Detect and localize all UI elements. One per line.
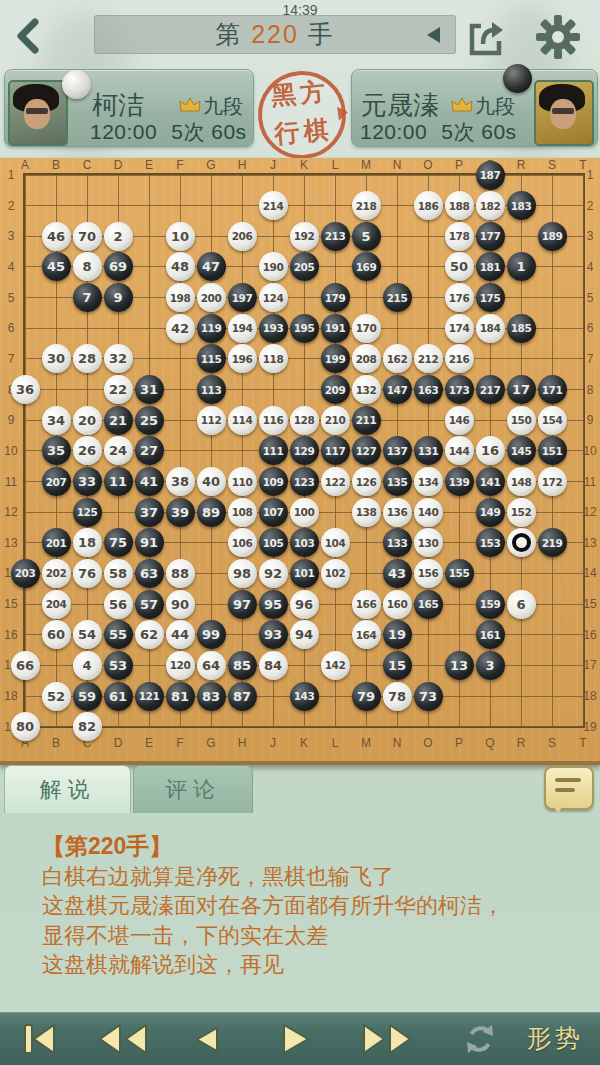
go-stone-black-123: 123 xyxy=(290,467,319,496)
go-stone-black-27: 27 xyxy=(135,436,164,465)
go-stone-white-218: 218 xyxy=(352,191,381,220)
coord-label-column: G xyxy=(206,158,215,172)
go-stone-white-186: 186 xyxy=(414,191,443,220)
stone-move-number: 199 xyxy=(325,353,345,365)
stone-move-number: 115 xyxy=(201,353,221,365)
stone-move-number: 109 xyxy=(263,476,283,488)
commentary-line: 这盘棋元晟溱面对在各方面都有所升华的柯洁， xyxy=(42,891,587,921)
stone-move-number: 128 xyxy=(294,414,314,426)
move-number: 220 xyxy=(251,20,299,48)
seal-text-bottom: 行棋 xyxy=(262,110,345,155)
go-stone-white-22: 22 xyxy=(104,375,133,404)
go-stone-black-95: 95 xyxy=(259,590,288,619)
go-stone-white-188: 188 xyxy=(445,191,474,220)
stone-move-number: 43 xyxy=(388,566,406,581)
go-stone-white-152: 152 xyxy=(507,498,536,527)
stone-move-number: 116 xyxy=(263,414,283,426)
situation-analysis-button[interactable]: 形势 xyxy=(527,1022,583,1055)
go-stone-white-2: 2 xyxy=(104,222,133,251)
go-stone-white-80: 80 xyxy=(11,712,40,741)
stone-move-number: 88 xyxy=(171,566,189,581)
crown-icon xyxy=(179,97,201,113)
stone-move-number: 174 xyxy=(449,322,469,334)
go-stone-white-214: 214 xyxy=(259,191,288,220)
move-title: 第 220 手 xyxy=(94,15,456,54)
go-stone-black-99: 99 xyxy=(197,620,226,649)
stone-move-number: 151 xyxy=(542,445,562,457)
coord-label-row: 15 xyxy=(583,597,596,611)
go-stone-black-43: 43 xyxy=(383,559,412,588)
stone-move-number: 4 xyxy=(82,658,91,673)
tab-comments[interactable]: 评论 xyxy=(133,765,253,813)
go-stone-black-185: 185 xyxy=(507,314,536,343)
coord-label-row: 8 xyxy=(587,383,594,397)
stone-move-number: 159 xyxy=(480,598,500,610)
previous-move-button[interactable] xyxy=(193,1026,221,1053)
stone-move-number: 79 xyxy=(357,689,375,704)
go-stone-black-195: 195 xyxy=(290,314,319,343)
go-stone-white-178: 178 xyxy=(445,222,474,251)
stone-move-number: 201 xyxy=(46,537,66,549)
stone-move-number: 161 xyxy=(480,629,500,641)
stone-move-number: 177 xyxy=(480,230,500,242)
go-stone-white-216: 216 xyxy=(445,344,474,373)
go-stone-white-202: 202 xyxy=(42,559,71,588)
stone-move-number: 165 xyxy=(418,598,438,610)
white-player-avatar xyxy=(8,80,68,146)
stone-move-number: 209 xyxy=(325,384,345,396)
stone-move-number: 27 xyxy=(140,443,158,458)
back-icon[interactable] xyxy=(14,17,40,55)
go-stone-white-144: 144 xyxy=(445,436,474,465)
go-stone-black-207: 207 xyxy=(42,467,71,496)
stone-move-number: 183 xyxy=(511,200,531,212)
go-stone-white-64: 64 xyxy=(197,651,226,680)
commentary-line: 这盘棋就解说到这，再见 xyxy=(42,950,587,980)
go-stone-black-89: 89 xyxy=(197,498,226,527)
stone-move-number: 80 xyxy=(16,719,34,734)
stone-move-number: 147 xyxy=(387,384,407,396)
go-stone-white-210: 210 xyxy=(321,406,350,435)
stone-move-number: 142 xyxy=(325,659,345,671)
stone-move-number: 215 xyxy=(387,292,407,304)
share-icon[interactable] xyxy=(466,17,508,59)
coord-label-row: 2 xyxy=(587,199,594,213)
go-stone-white-130: 130 xyxy=(414,528,443,557)
stone-move-number: 162 xyxy=(387,353,407,365)
coord-label-column: C xyxy=(83,158,92,172)
go-stone-black-151: 151 xyxy=(538,436,567,465)
go-stone-white-96: 96 xyxy=(290,590,319,619)
black-player-time: 120:005次 60s xyxy=(360,118,517,146)
stone-move-number: 36 xyxy=(16,382,34,397)
stone-move-number: 34 xyxy=(47,413,65,428)
last-move-marker xyxy=(512,533,531,552)
stone-move-number: 200 xyxy=(201,292,221,304)
stone-move-number: 156 xyxy=(418,567,438,579)
stone-move-number: 95 xyxy=(264,597,282,612)
stone-move-number: 148 xyxy=(511,476,531,488)
black-player-rank: 九段 xyxy=(475,93,515,120)
commentary-heading: 【第220手】 xyxy=(42,832,587,862)
go-stone-black-181: 181 xyxy=(476,252,505,281)
stone-move-number: 13 xyxy=(450,658,468,673)
seal-pointer xyxy=(337,105,349,120)
stone-move-number: 181 xyxy=(480,261,500,273)
stone-move-number: 164 xyxy=(356,629,376,641)
stone-move-number: 212 xyxy=(418,353,438,365)
stone-move-number: 3 xyxy=(485,658,494,673)
stone-move-number: 81 xyxy=(171,689,189,704)
go-stone-black-169: 169 xyxy=(352,252,381,281)
stone-move-number: 21 xyxy=(109,413,127,428)
coord-label-row: 7 xyxy=(587,352,594,366)
stone-move-number: 193 xyxy=(263,322,283,334)
stone-move-number: 134 xyxy=(418,476,438,488)
stone-move-number: 206 xyxy=(232,230,252,242)
settings-gear-icon[interactable] xyxy=(534,13,582,61)
go-board[interactable]: AABBCCDDEEFFGGHHJJKKLLMMNNOOPPQQRRSSTT11… xyxy=(0,158,600,765)
go-stone-black-143: 143 xyxy=(290,682,319,711)
go-stone-black-85: 85 xyxy=(228,651,257,680)
go-stone-white-176: 176 xyxy=(445,283,474,312)
stone-move-number: 124 xyxy=(263,292,283,304)
coord-label-row: 1 xyxy=(587,168,594,182)
go-stone-white-150: 150 xyxy=(507,406,536,435)
stone-move-number: 26 xyxy=(78,443,96,458)
stone-move-number: 113 xyxy=(201,384,221,396)
go-stone-black-187: 187 xyxy=(476,161,505,190)
stone-move-number: 136 xyxy=(387,506,407,518)
stone-move-number: 78 xyxy=(388,689,406,704)
go-stone-black-209: 209 xyxy=(321,375,350,404)
stone-move-number: 144 xyxy=(449,445,469,457)
go-stone-black-79: 79 xyxy=(352,682,381,711)
go-stone-white-30: 30 xyxy=(42,344,71,373)
go-stone-white-100: 100 xyxy=(290,498,319,527)
stone-move-number: 42 xyxy=(171,321,189,336)
go-stone-black-73: 73 xyxy=(414,682,443,711)
coord-label-column: L xyxy=(332,736,339,750)
stone-move-number: 33 xyxy=(78,474,96,489)
go-stone-white-16: 16 xyxy=(476,436,505,465)
stone-move-number: 127 xyxy=(356,445,376,457)
go-stone-black-111: 111 xyxy=(259,436,288,465)
fast-rewind-button[interactable] xyxy=(96,1023,150,1055)
coord-label-column: N xyxy=(393,736,402,750)
stone-move-number: 171 xyxy=(542,384,562,396)
go-stone-white-198: 198 xyxy=(166,283,195,312)
coord-label-column: E xyxy=(145,736,153,750)
stone-move-number: 204 xyxy=(46,598,66,610)
go-to-start-button[interactable] xyxy=(22,1023,58,1055)
tab-commentary[interactable]: 解说 xyxy=(4,765,131,813)
coord-label-row: 1 xyxy=(8,168,15,182)
stone-move-number: 129 xyxy=(294,445,314,457)
go-stone-black-113: 113 xyxy=(197,375,226,404)
stone-move-number: 22 xyxy=(109,382,127,397)
refresh-icon[interactable] xyxy=(462,1021,498,1057)
stone-move-number: 60 xyxy=(47,627,65,642)
stone-move-number: 118 xyxy=(263,353,283,365)
go-stone-white-70: 70 xyxy=(73,222,102,251)
stone-move-number: 120 xyxy=(170,659,190,671)
fast-forward-button[interactable] xyxy=(360,1023,414,1055)
white-stone-indicator xyxy=(62,70,91,99)
coord-label-column: H xyxy=(238,736,247,750)
go-stone-black-103: 103 xyxy=(290,528,319,557)
go-stone-white-154: 154 xyxy=(538,406,567,435)
stone-move-number: 6 xyxy=(516,597,525,612)
stone-move-number: 211 xyxy=(356,414,376,426)
go-stone-black-53: 53 xyxy=(104,651,133,680)
go-stone-black-41: 41 xyxy=(135,467,164,496)
stone-move-number: 108 xyxy=(232,506,252,518)
go-stone-white-160: 160 xyxy=(383,590,412,619)
stone-move-number: 132 xyxy=(356,384,376,396)
stone-move-number: 40 xyxy=(202,474,220,489)
white-player-rank: 九段 xyxy=(203,93,243,120)
go-stone-white-212: 212 xyxy=(414,344,443,373)
stone-move-number: 97 xyxy=(233,597,251,612)
go-stone-black-39: 39 xyxy=(166,498,195,527)
go-stone-white-50: 50 xyxy=(445,252,474,281)
go-stone-black-153: 153 xyxy=(476,528,505,557)
stone-move-number: 31 xyxy=(140,382,158,397)
stone-move-number: 9 xyxy=(113,290,122,305)
go-stone-black-81: 81 xyxy=(166,682,195,711)
stone-move-number: 143 xyxy=(294,690,314,702)
go-stone-black-179: 179 xyxy=(321,283,350,312)
stone-move-number: 150 xyxy=(511,414,531,426)
stone-move-number: 98 xyxy=(233,566,251,581)
go-stone-white-156: 156 xyxy=(414,559,443,588)
go-stone-white-60: 60 xyxy=(42,620,71,649)
stone-move-number: 82 xyxy=(78,719,96,734)
stone-move-number: 122 xyxy=(325,476,345,488)
prev-move-triangle-icon[interactable] xyxy=(427,27,440,43)
go-stone-black-173: 173 xyxy=(445,375,474,404)
coord-label-column: M xyxy=(361,736,371,750)
stone-move-number: 155 xyxy=(449,567,469,579)
stone-move-number: 38 xyxy=(171,474,189,489)
go-stone-white-110: 110 xyxy=(228,467,257,496)
commentary-line: 白棋右边就算是净死，黑棋也输飞了 xyxy=(42,862,587,892)
coord-label-column: J xyxy=(270,158,276,172)
stone-move-number: 61 xyxy=(109,689,127,704)
stone-move-number: 203 xyxy=(15,567,35,579)
go-stone-black-145: 145 xyxy=(507,436,536,465)
stone-move-number: 117 xyxy=(325,445,345,457)
go-stone-black-175: 175 xyxy=(476,283,505,312)
coord-label-column: J xyxy=(270,736,276,750)
go-stone-black-199: 199 xyxy=(321,344,350,373)
stone-move-number: 173 xyxy=(449,384,469,396)
go-stone-black-191: 191 xyxy=(321,314,350,343)
go-stone-white-112: 112 xyxy=(197,406,226,435)
go-stone-black-155: 155 xyxy=(445,559,474,588)
go-stone-black-31: 31 xyxy=(135,375,164,404)
go-stone-white-84: 84 xyxy=(259,651,288,680)
stone-move-number: 192 xyxy=(294,230,314,242)
go-stone-black-25: 25 xyxy=(135,406,164,435)
go-stone-black-141: 141 xyxy=(476,467,505,496)
stone-move-number: 202 xyxy=(46,567,66,579)
go-stone-white-32: 32 xyxy=(104,344,133,373)
stone-move-number: 126 xyxy=(356,476,376,488)
go-stone-black-35: 35 xyxy=(42,436,71,465)
coord-label-column: K xyxy=(300,158,308,172)
stone-move-number: 41 xyxy=(140,474,158,489)
coord-label-row: 13 xyxy=(583,536,596,550)
stone-move-number: 85 xyxy=(233,658,251,673)
go-stone-black-97: 97 xyxy=(228,590,257,619)
go-stone-white-92: 92 xyxy=(259,559,288,588)
coord-label-column: P xyxy=(455,158,463,172)
go-stone-white-8: 8 xyxy=(73,252,102,281)
coord-label-row: 5 xyxy=(8,291,15,305)
stone-move-number: 75 xyxy=(109,535,127,550)
coord-label-row: 18 xyxy=(583,689,596,703)
coord-label-row: 13 xyxy=(4,536,17,550)
stone-move-number: 214 xyxy=(263,200,283,212)
coord-label-column: P xyxy=(455,736,463,750)
coord-label-column: L xyxy=(332,158,339,172)
stone-move-number: 114 xyxy=(232,414,252,426)
go-stone-black-9: 9 xyxy=(104,283,133,312)
go-stone-white-138: 138 xyxy=(352,498,381,527)
stone-move-number: 153 xyxy=(480,537,500,549)
go-stone-white-10: 10 xyxy=(166,222,195,251)
go-stone-black-215: 215 xyxy=(383,283,412,312)
go-stone-black-189: 189 xyxy=(538,222,567,251)
coord-label-row: 19 xyxy=(583,720,596,734)
stone-move-number: 219 xyxy=(542,537,562,549)
coord-label-column: M xyxy=(361,158,371,172)
go-stone-white-56: 56 xyxy=(104,590,133,619)
coord-label-column: F xyxy=(176,736,183,750)
stone-move-number: 210 xyxy=(325,414,345,426)
stone-move-number: 184 xyxy=(480,322,500,334)
coord-label-row: 12 xyxy=(583,505,596,519)
go-stone-white-120: 120 xyxy=(166,651,195,680)
go-stone-white-172: 172 xyxy=(538,467,567,496)
go-stone-white-142: 142 xyxy=(321,651,350,680)
stone-move-number: 160 xyxy=(387,598,407,610)
go-stone-black-69: 69 xyxy=(104,252,133,281)
go-stone-black-135: 135 xyxy=(383,467,412,496)
go-stone-white-62: 62 xyxy=(135,620,164,649)
go-stone-black-159: 159 xyxy=(476,590,505,619)
stone-move-number: 103 xyxy=(294,537,314,549)
coord-label-row: 16 xyxy=(583,628,596,642)
go-stone-white-6: 6 xyxy=(507,590,536,619)
stone-move-number: 186 xyxy=(418,200,438,212)
coord-label-column: H xyxy=(238,158,247,172)
go-stone-black-197: 197 xyxy=(228,283,257,312)
go-stone-black-183: 183 xyxy=(507,191,536,220)
go-stone-white-132: 132 xyxy=(352,375,381,404)
coord-label-row: 4 xyxy=(8,260,15,274)
stone-move-number: 107 xyxy=(263,506,283,518)
go-stone-white-182: 182 xyxy=(476,191,505,220)
go-stone-white-76: 76 xyxy=(73,559,102,588)
go-stone-white-38: 38 xyxy=(166,467,195,496)
stone-move-number: 25 xyxy=(140,413,158,428)
stone-move-number: 32 xyxy=(109,351,127,366)
stone-move-number: 121 xyxy=(139,690,159,702)
go-stone-white-28: 28 xyxy=(73,344,102,373)
stone-move-number: 76 xyxy=(78,566,96,581)
go-stone-black-117: 117 xyxy=(321,436,350,465)
go-stone-black-161: 161 xyxy=(476,620,505,649)
go-stone-black-15: 15 xyxy=(383,651,412,680)
move-title-bar: 第 220 手 xyxy=(94,15,456,54)
go-stone-white-66: 66 xyxy=(11,651,40,680)
go-stone-white-108: 108 xyxy=(228,498,257,527)
stone-move-number: 138 xyxy=(356,506,376,518)
go-stone-black-19: 19 xyxy=(383,620,412,649)
go-stone-black-7: 7 xyxy=(73,283,102,312)
go-review-app: 14:39 第 220 手 柯洁 xyxy=(0,0,600,1065)
stone-move-number: 16 xyxy=(481,443,499,458)
stone-move-number: 190 xyxy=(263,261,283,273)
go-stone-black-45: 45 xyxy=(42,252,71,281)
stone-move-number: 2 xyxy=(113,229,122,244)
stone-move-number: 87 xyxy=(233,689,251,704)
go-stone-white-134: 134 xyxy=(414,467,443,496)
go-stone-white-220 xyxy=(507,528,536,557)
go-stone-white-98: 98 xyxy=(228,559,257,588)
white-player-time: 120:005次 60s xyxy=(90,118,247,146)
coord-label-column: D xyxy=(114,736,123,750)
stone-move-number: 194 xyxy=(232,322,252,334)
go-stone-white-146: 146 xyxy=(445,406,474,435)
stone-move-number: 178 xyxy=(449,230,469,242)
coord-label-row: 5 xyxy=(587,291,594,305)
go-stone-white-184: 184 xyxy=(476,314,505,343)
coord-label-row: 9 xyxy=(8,413,15,427)
coord-label-column: O xyxy=(423,736,432,750)
stone-move-number: 11 xyxy=(109,474,127,489)
go-stone-white-124: 124 xyxy=(259,283,288,312)
stone-move-number: 70 xyxy=(78,229,96,244)
stone-move-number: 163 xyxy=(418,384,438,396)
go-stone-white-54: 54 xyxy=(73,620,102,649)
stone-move-number: 96 xyxy=(295,597,313,612)
stone-move-number: 149 xyxy=(480,506,500,518)
next-move-button[interactable] xyxy=(280,1023,312,1055)
go-stone-black-211: 211 xyxy=(352,406,381,435)
go-stone-black-55: 55 xyxy=(104,620,133,649)
stone-move-number: 91 xyxy=(140,535,158,550)
stone-move-number: 58 xyxy=(109,566,127,581)
stone-move-number: 62 xyxy=(140,627,158,642)
go-stone-black-213: 213 xyxy=(321,222,350,251)
go-stone-white-174: 174 xyxy=(445,314,474,343)
go-stone-white-94: 94 xyxy=(290,620,319,649)
coord-label-column: G xyxy=(206,736,215,750)
go-stone-black-131: 131 xyxy=(414,436,443,465)
stone-move-number: 66 xyxy=(16,658,34,673)
stone-move-number: 73 xyxy=(419,689,437,704)
coord-label-row: 18 xyxy=(4,689,17,703)
stone-move-number: 48 xyxy=(171,259,189,274)
stone-move-number: 205 xyxy=(294,261,314,273)
stone-move-number: 8 xyxy=(82,259,91,274)
go-stone-black-147: 147 xyxy=(383,375,412,404)
stone-move-number: 69 xyxy=(109,259,127,274)
